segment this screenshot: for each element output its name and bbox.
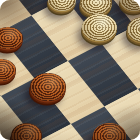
checker-piece-brown[interactable]: [11, 123, 42, 140]
screenshot-stage: [0, 0, 140, 140]
checkers-board: [0, 0, 140, 140]
checker-piece-cream[interactable]: [82, 14, 117, 41]
checker-piece-brown[interactable]: [93, 123, 126, 140]
checkers-app-icon: [0, 0, 140, 140]
checker-piece-brown[interactable]: [30, 73, 66, 101]
